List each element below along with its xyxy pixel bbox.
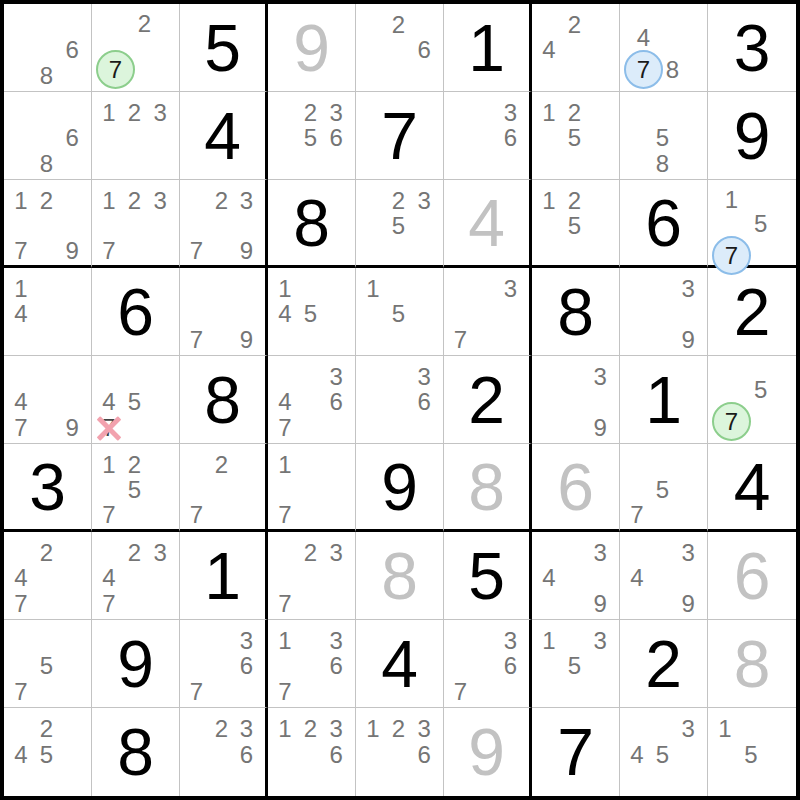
- cell-r2c2[interactable]: 123: [92, 92, 180, 180]
- candidate-slot-6: 6: [323, 654, 349, 680]
- candidate-slot-8: [562, 679, 588, 705]
- candidate-slot-4: 4: [272, 302, 298, 328]
- candidate-slot-7: 7: [184, 327, 209, 353]
- candidate-slot-5: [562, 38, 588, 64]
- candidate-5: 5: [754, 378, 767, 402]
- cell-r9c1[interactable]: 245: [4, 708, 92, 796]
- cell-r9c8[interactable]: 345: [620, 708, 708, 796]
- cell-r3c6[interactable]: 4: [444, 180, 532, 268]
- candidate-slot-2: 2: [562, 12, 588, 38]
- cell-r5c9[interactable]: 57: [708, 356, 796, 444]
- candidate-4: 4: [637, 26, 650, 50]
- cell-r9c4[interactable]: 1236: [268, 708, 356, 796]
- candidate-slot-7: 7: [96, 50, 135, 89]
- cell-r2c5[interactable]: 7: [356, 92, 444, 180]
- candidate-3: 3: [593, 541, 606, 565]
- candidate-slot-1: [624, 100, 650, 126]
- candidate-slot-8: [738, 768, 764, 794]
- candidate-slot-9: [234, 768, 259, 794]
- candidate-slot-8: [298, 679, 324, 705]
- candidate-slot-1: [360, 12, 386, 38]
- candidate-slot-2: [562, 628, 588, 654]
- cell-r8c1[interactable]: 57: [4, 620, 92, 708]
- cell-r7c7[interactable]: 349: [532, 532, 620, 620]
- candidate-slot-9: [59, 768, 85, 794]
- candidate-slot-6: 6: [59, 126, 85, 152]
- candidate-slot-5: 5: [298, 126, 324, 152]
- candidate-slot-6: [771, 378, 791, 402]
- candidate-slot-6: 6: [411, 390, 437, 416]
- candidate-slot-4: [8, 38, 34, 64]
- cell-r1c1[interactable]: 68: [4, 4, 92, 92]
- candidate-6: 6: [65, 126, 78, 150]
- candidate-slot-2: [34, 364, 60, 390]
- candidate-slot-1: [184, 276, 209, 302]
- candidate-5: 5: [128, 390, 141, 414]
- candidate-5: 5: [392, 214, 405, 238]
- candidate-slot-2: 2: [122, 188, 148, 213]
- candidate-1: 1: [542, 101, 555, 125]
- given-digit: 6: [620, 180, 707, 265]
- cell-r5c3[interactable]: 8: [180, 356, 268, 444]
- candidate-slot-8: [751, 402, 771, 441]
- candidate-slot-6: 6: [323, 742, 349, 768]
- candidate-slot-8: [209, 679, 234, 705]
- candidate-slot-3: 3: [234, 716, 259, 742]
- cell-r7c3[interactable]: 1: [180, 532, 268, 620]
- candidate-grid: 36: [360, 364, 437, 441]
- candidate-slot-1: [184, 628, 209, 654]
- candidate-5: 5: [128, 478, 141, 502]
- candidate-slot-2: [650, 276, 676, 302]
- candidate-slot-4: [712, 212, 751, 236]
- cell-r1c9[interactable]: 3: [708, 4, 796, 92]
- candidate-slot-6: [587, 38, 613, 64]
- candidate-grid: 157: [712, 188, 790, 263]
- cell-r4c7[interactable]: 8: [532, 268, 620, 356]
- cell-r4c3[interactable]: 79: [180, 268, 268, 356]
- cell-r7c1[interactable]: 247: [4, 532, 92, 620]
- candidate-slot-9: 9: [59, 415, 85, 441]
- candidate-slot-9: 9: [675, 591, 701, 617]
- candidate-slot-7: 7: [712, 402, 751, 441]
- candidate-slot-5: 5: [122, 477, 148, 502]
- cell-r3c9[interactable]: 157: [708, 180, 796, 268]
- cell-r9c3[interactable]: 236: [180, 708, 268, 796]
- candidate-slot-4: [536, 213, 562, 238]
- candidate-slot-2: [473, 628, 498, 654]
- candidate-slot-6: [587, 390, 613, 416]
- candidate-slot-1: 1: [536, 628, 562, 654]
- cell-r5c2[interactable]: 457: [92, 356, 180, 444]
- candidate-slot-3: 3: [147, 188, 173, 213]
- candidate-3: 3: [593, 365, 606, 389]
- candidate-4: 4: [14, 390, 27, 414]
- candidate-slot-4: [360, 38, 386, 64]
- candidate-7-green-circle: 7: [712, 402, 751, 441]
- candidate-1: 1: [102, 101, 115, 125]
- candidate-slot-1: [272, 364, 298, 390]
- candidate-4: 4: [278, 302, 291, 326]
- candidate-slot-7: [624, 327, 650, 353]
- candidate-slot-7: [536, 63, 562, 89]
- candidate-slot-2: [34, 628, 60, 654]
- candidate-slot-3: [764, 716, 790, 742]
- cell-r5c7[interactable]: 39: [532, 356, 620, 444]
- cell-r8c4[interactable]: 1367: [268, 620, 356, 708]
- candidate-slot-7: 7: [8, 238, 34, 263]
- cell-r5c6[interactable]: 2: [444, 356, 532, 444]
- candidate-slot-4: [360, 302, 386, 328]
- cell-r8c5[interactable]: 4: [356, 620, 444, 708]
- candidate-slot-2: 2: [122, 540, 148, 566]
- candidate-slot-9: [675, 502, 701, 527]
- cell-r3c8[interactable]: 6: [620, 180, 708, 268]
- candidate-slot-1: 1: [536, 188, 562, 213]
- candidate-slot-5: 5: [650, 126, 676, 152]
- candidate-4: 4: [542, 566, 555, 590]
- candidate-slot-4: [624, 477, 650, 502]
- cell-r3c2[interactable]: 1237: [92, 180, 180, 268]
- candidate-slot-5: [650, 302, 676, 328]
- candidate-grid: 1237: [96, 188, 173, 263]
- cell-r3c7[interactable]: 125: [532, 180, 620, 268]
- cell-r7c8[interactable]: 349: [620, 532, 708, 620]
- cell-r3c1[interactable]: 1279: [4, 180, 92, 268]
- cell-r2c8[interactable]: 58: [620, 92, 708, 180]
- candidate-2: 2: [40, 717, 53, 741]
- candidate-1: 1: [718, 717, 731, 741]
- cell-r1c7[interactable]: 24: [532, 4, 620, 92]
- cell-r7c6[interactable]: 5: [444, 532, 532, 620]
- candidate-slot-9: [323, 502, 349, 527]
- candidate-3: 3: [329, 541, 342, 565]
- cell-r6c2[interactable]: 1257: [92, 444, 180, 532]
- candidate-slot-7: [624, 151, 650, 177]
- candidate-6: 6: [329, 126, 342, 150]
- candidate-slot-8: [135, 50, 154, 89]
- candidate-grid: 26: [360, 12, 437, 89]
- candidate-slot-6: [147, 126, 173, 152]
- cell-r9c6[interactable]: 9: [444, 708, 532, 796]
- cell-r9c5[interactable]: 1236: [356, 708, 444, 796]
- candidate-slot-5: [473, 302, 498, 328]
- candidate-3: 3: [329, 365, 342, 389]
- candidate-slot-2: 2: [298, 100, 324, 126]
- candidate-slot-4: [184, 302, 209, 328]
- cell-r1c5[interactable]: 26: [356, 4, 444, 92]
- candidate-5: 5: [568, 126, 581, 150]
- candidate-slot-2: [738, 716, 764, 742]
- candidate-slot-4: [712, 378, 751, 402]
- cell-r2c9[interactable]: 9: [708, 92, 796, 180]
- cell-r6c8[interactable]: 57: [620, 444, 708, 532]
- candidate-slot-5: 5: [738, 742, 764, 768]
- candidate-4: 4: [102, 390, 115, 414]
- candidate-slot-3: 3: [411, 716, 437, 742]
- cell-r3c3[interactable]: 2379: [180, 180, 268, 268]
- candidate-slot-9: [411, 63, 437, 89]
- candidate-grid: 57: [8, 628, 85, 705]
- cell-r5c5[interactable]: 36: [356, 356, 444, 444]
- candidate-slot-1: [184, 188, 209, 213]
- candidate-6: 6: [504, 126, 517, 150]
- cell-r6c3[interactable]: 27: [180, 444, 268, 532]
- given-digit: 8: [180, 356, 265, 443]
- candidate-5: 5: [656, 478, 669, 502]
- candidate-slot-7: 7: [96, 591, 122, 617]
- candidate-slot-3: 3: [587, 364, 613, 390]
- candidate-grid: 135: [536, 628, 613, 705]
- candidate-1: 1: [542, 629, 555, 653]
- candidate-grid: 345: [624, 716, 701, 794]
- candidate-slot-4: 4: [96, 390, 122, 416]
- cell-r7c5[interactable]: 8: [356, 532, 444, 620]
- candidate-grid: 17: [272, 452, 349, 527]
- candidate-slot-4: [536, 654, 562, 680]
- candidate-slot-1: [184, 452, 209, 477]
- candidate-slot-3: 3: [323, 540, 349, 566]
- candidate-grid: 68: [8, 12, 85, 89]
- candidate-slot-7: 7: [184, 238, 209, 263]
- cell-r2c6[interactable]: 36: [444, 92, 532, 180]
- solved-digit: 8: [708, 620, 796, 707]
- candidate-slot-6: 6: [411, 38, 437, 64]
- cell-r1c2[interactable]: 27: [92, 4, 180, 92]
- candidate-slot-5: [209, 477, 234, 502]
- candidate-slot-7: 7: [448, 327, 473, 353]
- candidate-9: 9: [593, 416, 606, 440]
- cell-r6c1[interactable]: 3: [4, 444, 92, 532]
- cell-r1c3[interactable]: 5: [180, 4, 268, 92]
- candidate-slot-9: [587, 151, 613, 177]
- cell-r8c9[interactable]: 8: [708, 620, 796, 708]
- candidate-slot-3: 3: [411, 188, 437, 213]
- candidate-slot-5: [34, 390, 60, 416]
- cell-r2c1[interactable]: 68: [4, 92, 92, 180]
- candidate-slot-2: [122, 364, 148, 390]
- given-digit: 2: [620, 620, 707, 707]
- cell-r7c2[interactable]: 2347: [92, 532, 180, 620]
- candidate-grid: 123: [96, 100, 173, 177]
- candidate-slot-1: 1: [712, 188, 751, 212]
- cell-r4c2[interactable]: 6: [92, 268, 180, 356]
- cell-r6c5[interactable]: 9: [356, 444, 444, 532]
- candidate-slot-8: [650, 327, 676, 353]
- candidate-slot-9: 9: [234, 238, 259, 263]
- candidate-slot-1: [8, 540, 34, 566]
- candidate-slot-6: [498, 302, 523, 328]
- candidate-slot-4: 4: [8, 742, 34, 768]
- candidate-slot-5: 5: [34, 742, 60, 768]
- candidate-slot-4: 4: [536, 38, 562, 64]
- cell-r6c6[interactable]: 8: [444, 444, 532, 532]
- candidate-slot-5: 5: [122, 390, 148, 416]
- candidate-slot-3: 3: [498, 100, 523, 126]
- candidate-3: 3: [153, 189, 166, 213]
- candidate-2: 2: [128, 541, 141, 565]
- candidate-slot-8: [298, 151, 324, 177]
- candidate-slot-6: [147, 566, 173, 592]
- cell-r6c4[interactable]: 17: [268, 444, 356, 532]
- cell-r1c4[interactable]: 9: [268, 4, 356, 92]
- candidate-slot-3: [771, 188, 791, 212]
- candidate-slot-3: [234, 276, 259, 302]
- candidate-7: 7: [102, 239, 115, 263]
- candidate-1: 1: [366, 717, 379, 741]
- candidate-slot-9: 9: [59, 238, 85, 263]
- candidate-3: 3: [417, 189, 430, 213]
- candidate-slot-5: 5: [562, 126, 588, 152]
- candidate-slot-8: [122, 238, 148, 263]
- candidate-slot-4: [360, 213, 386, 238]
- candidate-slot-4: [536, 390, 562, 416]
- candidate-4: 4: [542, 38, 555, 62]
- cell-r7c9[interactable]: 6: [708, 532, 796, 620]
- cell-r2c4[interactable]: 2356: [268, 92, 356, 180]
- candidate-slot-8: 8: [34, 151, 60, 177]
- cell-r4c9[interactable]: 2: [708, 268, 796, 356]
- candidate-slot-6: [675, 566, 701, 592]
- candidate-slot-3: [682, 12, 701, 26]
- candidate-7: 7: [14, 416, 27, 440]
- candidate-grid: 57: [712, 364, 790, 441]
- candidate-slot-7: [536, 679, 562, 705]
- candidate-slot-6: [234, 213, 259, 238]
- candidate-slot-3: [59, 540, 85, 566]
- candidate-1: 1: [14, 277, 27, 301]
- candidate-slot-2: 2: [298, 716, 324, 742]
- candidate-slot-5: [298, 390, 324, 416]
- candidate-5: 5: [656, 126, 669, 150]
- candidate-5: 5: [568, 214, 581, 238]
- cell-r3c5[interactable]: 235: [356, 180, 444, 268]
- cell-r4c8[interactable]: 39: [620, 268, 708, 356]
- candidate-7: 7: [190, 680, 203, 704]
- cell-r6c7[interactable]: 6: [532, 444, 620, 532]
- candidate-slot-7: 7: [624, 502, 650, 527]
- candidate-3: 3: [240, 189, 253, 213]
- cell-r9c2[interactable]: 8: [92, 708, 180, 796]
- candidate-3: 3: [681, 717, 694, 741]
- candidate-grid: 1236: [360, 716, 437, 794]
- candidate-2: 2: [215, 453, 228, 477]
- cell-r1c6[interactable]: 1: [444, 4, 532, 92]
- given-digit: 5: [444, 532, 529, 619]
- candidate-slot-8: [650, 502, 676, 527]
- cell-r3c4[interactable]: 8: [268, 180, 356, 268]
- candidate-3: 3: [504, 277, 517, 301]
- candidate-slot-5: [298, 742, 324, 768]
- candidate-slot-5: [209, 742, 234, 768]
- candidate-9: 9: [681, 328, 694, 352]
- cell-r8c3[interactable]: 367: [180, 620, 268, 708]
- candidate-slot-5: [122, 126, 148, 152]
- candidate-slot-5: 5: [562, 654, 588, 680]
- candidate-slot-7: [8, 327, 34, 353]
- cell-r6c9[interactable]: 4: [708, 444, 796, 532]
- cell-r9c9[interactable]: 15: [708, 708, 796, 796]
- candidate-slot-8: [34, 591, 60, 617]
- candidate-slot-7: 7: [184, 502, 209, 527]
- candidate-slot-3: 3: [675, 540, 701, 566]
- candidate-grid: 1236: [272, 716, 349, 794]
- candidate-1: 1: [725, 188, 738, 212]
- cell-r8c2[interactable]: 9: [92, 620, 180, 708]
- candidate-slot-9: 9: [587, 591, 613, 617]
- cell-r4c6[interactable]: 37: [444, 268, 532, 356]
- candidate-slot-9: [411, 238, 437, 263]
- cell-r4c4[interactable]: 145: [268, 268, 356, 356]
- candidate-slot-5: 5: [386, 302, 412, 328]
- candidate-slot-8: 8: [34, 63, 60, 89]
- candidate-slot-6: 6: [411, 742, 437, 768]
- cell-r4c5[interactable]: 15: [356, 268, 444, 356]
- cell-r1c8[interactable]: 478: [620, 4, 708, 92]
- candidate-slot-1: 1: [8, 276, 34, 302]
- candidate-slot-6: [59, 742, 85, 768]
- cell-r2c7[interactable]: 125: [532, 92, 620, 180]
- candidate-1: 1: [102, 453, 115, 477]
- candidate-slot-6: 6: [498, 126, 523, 152]
- candidate-slot-6: [147, 477, 173, 502]
- given-digit: 8: [268, 180, 355, 265]
- candidate-1: 1: [278, 277, 291, 301]
- candidate-slot-6: 6: [498, 654, 523, 680]
- candidate-6: 6: [329, 390, 342, 414]
- candidate-slot-1: 1: [96, 100, 122, 126]
- candidate-slot-4: [96, 477, 122, 502]
- cell-r9c7[interactable]: 7: [532, 708, 620, 796]
- cell-r8c6[interactable]: 367: [444, 620, 532, 708]
- candidate-slot-5: [562, 390, 588, 416]
- candidate-slot-9: [147, 238, 173, 263]
- candidate-slot-7: 7: [96, 502, 122, 527]
- candidate-slot-8: [298, 415, 324, 441]
- cell-r4c1[interactable]: 14: [4, 268, 92, 356]
- candidate-slot-4: [272, 742, 298, 768]
- candidate-slot-4: [8, 654, 34, 680]
- candidate-slot-5: [298, 477, 324, 502]
- given-digit: 1: [444, 4, 529, 91]
- candidate-slot-9: [234, 502, 259, 527]
- candidate-slot-9: [498, 679, 523, 705]
- cell-r8c8[interactable]: 2: [620, 620, 708, 708]
- candidate-slot-4: 4: [624, 26, 663, 50]
- candidate-grid: 37: [448, 276, 523, 353]
- cell-r7c4[interactable]: 237: [268, 532, 356, 620]
- cell-r8c7[interactable]: 135: [532, 620, 620, 708]
- candidate-slot-1: [272, 540, 298, 566]
- candidate-slot-5: 5: [298, 302, 324, 328]
- candidate-slot-9: [587, 238, 613, 263]
- candidate-slot-9: [323, 151, 349, 177]
- given-digit: 9: [356, 444, 443, 529]
- candidate-slot-3: 3: [498, 628, 523, 654]
- candidate-slot-1: [624, 276, 650, 302]
- cell-r5c8[interactable]: 1: [620, 356, 708, 444]
- candidate-3: 3: [153, 541, 166, 565]
- candidate-slot-8: [473, 327, 498, 353]
- cell-r2c3[interactable]: 4: [180, 92, 268, 180]
- cell-r5c4[interactable]: 3467: [268, 356, 356, 444]
- candidate-slot-8: [122, 415, 148, 441]
- candidate-slot-6: [675, 742, 701, 768]
- cell-r5c1[interactable]: 479: [4, 356, 92, 444]
- solved-digit: 6: [532, 444, 619, 529]
- candidate-slot-7: 7: [624, 50, 663, 89]
- solved-digit: 8: [444, 444, 529, 529]
